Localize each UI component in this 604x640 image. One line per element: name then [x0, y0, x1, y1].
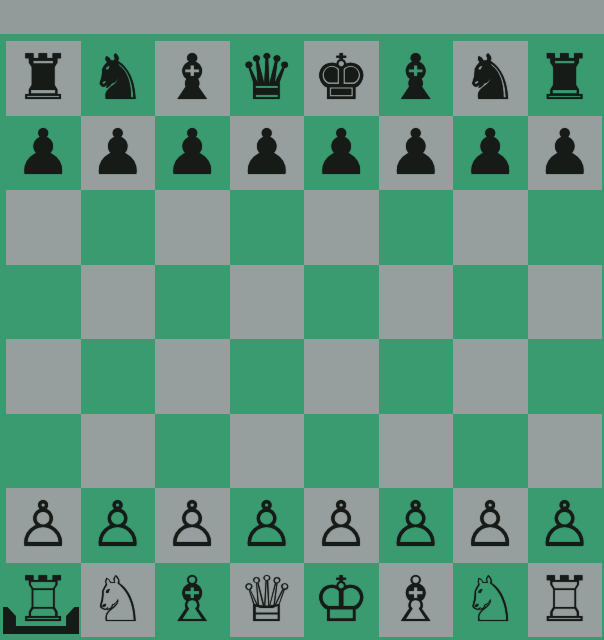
square-e5[interactable]: [304, 265, 379, 340]
square-c5[interactable]: [155, 265, 230, 340]
square-g2[interactable]: ♙: [453, 488, 528, 563]
square-d6[interactable]: [230, 190, 305, 265]
square-b1[interactable]: ♘: [81, 563, 156, 638]
square-h3[interactable]: [528, 414, 603, 489]
square-e1[interactable]: ♔: [304, 563, 379, 638]
chess-board: ♜♞♝♛♚♝♞♜♟♟♟♟♟♟♟♟♙♙♙♙♙♙♙♙♖♘♗♕♔♗♘♖: [0, 34, 604, 640]
square-f4[interactable]: [379, 339, 454, 414]
square-c2[interactable]: ♙: [155, 488, 230, 563]
square-e6[interactable]: [304, 190, 379, 265]
square-h7[interactable]: ♟: [528, 116, 603, 191]
square-f1[interactable]: ♗: [379, 563, 454, 638]
piece-black-pawn: ♟: [90, 116, 146, 191]
square-b2[interactable]: ♙: [81, 488, 156, 563]
piece-white-rook: ♖: [537, 563, 593, 638]
square-g3[interactable]: [453, 414, 528, 489]
piece-black-pawn: ♟: [164, 116, 220, 191]
piece-white-pawn: ♙: [537, 488, 593, 563]
square-f3[interactable]: [379, 414, 454, 489]
square-a1[interactable]: ♖: [6, 563, 81, 638]
square-a8[interactable]: ♜: [6, 41, 81, 116]
piece-black-king: ♚: [313, 41, 369, 116]
square-b6[interactable]: [81, 190, 156, 265]
piece-black-pawn: ♟: [239, 116, 295, 191]
piece-black-pawn: ♟: [462, 116, 518, 191]
piece-white-pawn: ♙: [462, 488, 518, 563]
square-d4[interactable]: [230, 339, 305, 414]
square-g6[interactable]: [453, 190, 528, 265]
square-b7[interactable]: ♟: [81, 116, 156, 191]
square-f5[interactable]: [379, 265, 454, 340]
piece-black-rook: ♜: [537, 41, 593, 116]
square-d5[interactable]: [230, 265, 305, 340]
square-b5[interactable]: [81, 265, 156, 340]
piece-black-pawn: ♟: [15, 116, 71, 191]
piece-black-queen: ♛: [239, 41, 295, 116]
square-h4[interactable]: [528, 339, 603, 414]
piece-white-knight: ♘: [462, 563, 518, 638]
piece-white-pawn: ♙: [15, 488, 71, 563]
piece-white-pawn: ♙: [164, 488, 220, 563]
piece-white-bishop: ♗: [164, 563, 220, 638]
piece-black-bishop: ♝: [164, 41, 220, 116]
piece-black-knight: ♞: [462, 41, 518, 116]
square-f8[interactable]: ♝: [379, 41, 454, 116]
square-f7[interactable]: ♟: [379, 116, 454, 191]
square-e2[interactable]: ♙: [304, 488, 379, 563]
square-f6[interactable]: [379, 190, 454, 265]
square-g4[interactable]: [453, 339, 528, 414]
square-c8[interactable]: ♝: [155, 41, 230, 116]
piece-black-pawn: ♟: [388, 116, 444, 191]
square-g5[interactable]: [453, 265, 528, 340]
square-b3[interactable]: [81, 414, 156, 489]
piece-black-bishop: ♝: [388, 41, 444, 116]
piece-white-rook: ♖: [15, 563, 71, 638]
piece-black-knight: ♞: [90, 41, 146, 116]
square-c6[interactable]: [155, 190, 230, 265]
square-h5[interactable]: [528, 265, 603, 340]
window-top-bar: [0, 0, 604, 34]
square-d1[interactable]: ♕: [230, 563, 305, 638]
piece-black-pawn: ♟: [537, 116, 593, 191]
square-g8[interactable]: ♞: [453, 41, 528, 116]
piece-white-knight: ♘: [90, 563, 146, 638]
piece-white-king: ♔: [313, 563, 369, 638]
square-b4[interactable]: [81, 339, 156, 414]
square-a4[interactable]: [6, 339, 81, 414]
square-h6[interactable]: [528, 190, 603, 265]
square-h8[interactable]: ♜: [528, 41, 603, 116]
square-c7[interactable]: ♟: [155, 116, 230, 191]
square-d8[interactable]: ♛: [230, 41, 305, 116]
piece-white-pawn: ♙: [313, 488, 369, 563]
square-a2[interactable]: ♙: [6, 488, 81, 563]
square-e7[interactable]: ♟: [304, 116, 379, 191]
square-h2[interactable]: ♙: [528, 488, 603, 563]
square-d7[interactable]: ♟: [230, 116, 305, 191]
square-f2[interactable]: ♙: [379, 488, 454, 563]
square-d3[interactable]: [230, 414, 305, 489]
square-e8[interactable]: ♚: [304, 41, 379, 116]
square-c4[interactable]: [155, 339, 230, 414]
piece-black-rook: ♜: [15, 41, 71, 116]
piece-white-pawn: ♙: [388, 488, 444, 563]
piece-white-bishop: ♗: [388, 563, 444, 638]
square-c1[interactable]: ♗: [155, 563, 230, 638]
square-a7[interactable]: ♟: [6, 116, 81, 191]
square-d2[interactable]: ♙: [230, 488, 305, 563]
square-a5[interactable]: [6, 265, 81, 340]
square-a3[interactable]: [6, 414, 81, 489]
piece-white-pawn: ♙: [239, 488, 295, 563]
square-g1[interactable]: ♘: [453, 563, 528, 638]
square-g7[interactable]: ♟: [453, 116, 528, 191]
piece-white-queen: ♕: [239, 563, 295, 638]
piece-black-pawn: ♟: [313, 116, 369, 191]
square-a6[interactable]: [6, 190, 81, 265]
square-c3[interactable]: [155, 414, 230, 489]
square-b8[interactable]: ♞: [81, 41, 156, 116]
square-e4[interactable]: [304, 339, 379, 414]
square-h1[interactable]: ♖: [528, 563, 603, 638]
board-grid: ♜♞♝♛♚♝♞♜♟♟♟♟♟♟♟♟♙♙♙♙♙♙♙♙♖♘♗♕♔♗♘♖: [6, 41, 602, 637]
piece-white-pawn: ♙: [90, 488, 146, 563]
square-e3[interactable]: [304, 414, 379, 489]
